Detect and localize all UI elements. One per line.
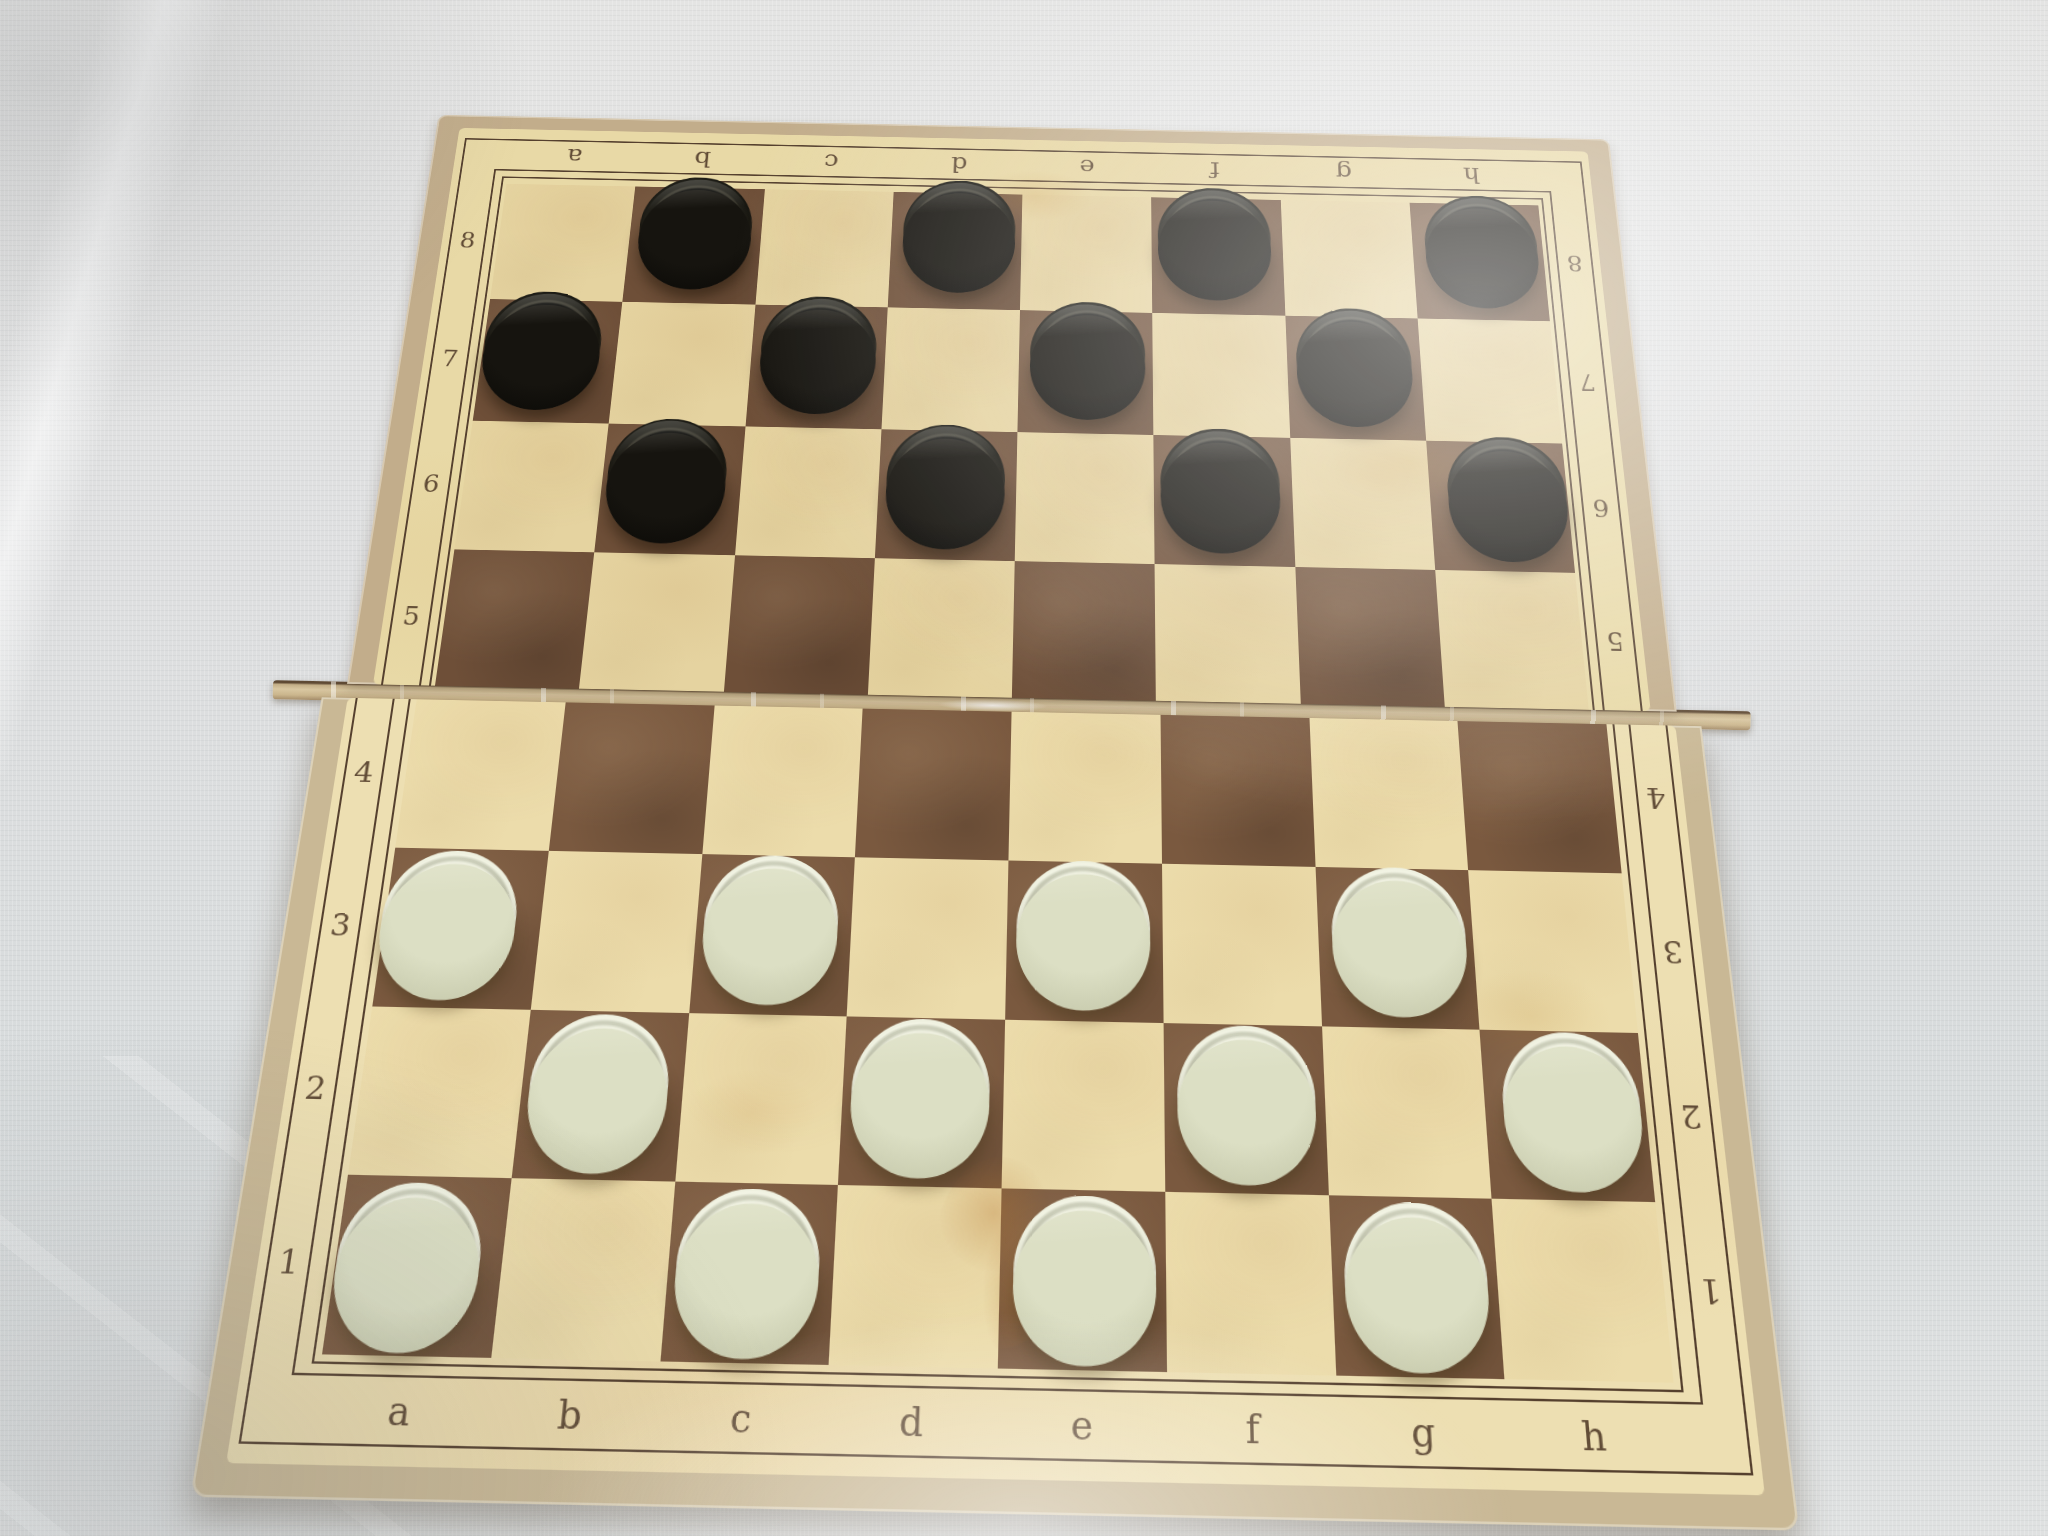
rank-label-6: 6	[1577, 444, 1625, 574]
file-label-h: h	[1506, 1403, 1682, 1469]
white-checker-e3[interactable]	[1015, 859, 1150, 997]
file-labels-bottom: abcdefgh	[310, 1378, 1683, 1469]
square-b4[interactable]	[549, 702, 715, 854]
rank-label-6: 6	[404, 420, 458, 549]
square-e6	[1015, 432, 1155, 564]
black-checker-f6[interactable]	[1160, 428, 1281, 541]
file-label-a: a	[310, 1378, 489, 1444]
black-checker-d6[interactable]	[884, 423, 1006, 536]
file-label-a: a	[508, 140, 640, 173]
square-a1[interactable]	[322, 1174, 511, 1357]
board-paper-bottom: abcdefgh 4321 4321	[226, 698, 1765, 1495]
square-d7	[881, 307, 1020, 432]
square-h3	[1468, 870, 1638, 1032]
square-d3	[847, 858, 1009, 1020]
file-labels-top: abcdefgh	[508, 140, 1536, 192]
square-d5	[868, 558, 1015, 698]
file-label-e: e	[996, 1392, 1168, 1458]
black-checker-h6[interactable]	[1443, 436, 1571, 549]
square-a7[interactable]	[473, 299, 623, 424]
rank-label-1: 1	[255, 1173, 322, 1354]
white-checker-h2[interactable]	[1497, 1031, 1648, 1179]
white-checker-d2[interactable]	[847, 1018, 990, 1166]
square-e4	[1008, 712, 1161, 864]
square-d1	[829, 1185, 1002, 1369]
square-g6	[1290, 438, 1435, 570]
square-c4	[702, 706, 863, 858]
square-h7	[1417, 318, 1562, 443]
square-h8[interactable]	[1409, 203, 1550, 322]
square-b8[interactable]	[623, 186, 765, 304]
square-b3	[531, 851, 702, 1012]
white-checker-c1[interactable]	[670, 1187, 823, 1345]
square-b1	[491, 1178, 675, 1362]
square-b7	[609, 302, 755, 427]
square-h2[interactable]	[1480, 1029, 1655, 1202]
square-d6[interactable]	[875, 429, 1018, 561]
rank-label-8: 8	[442, 183, 492, 299]
square-h5	[1435, 570, 1589, 710]
white-checker-a1[interactable]	[326, 1181, 489, 1338]
square-b5	[579, 552, 734, 691]
square-f6[interactable]	[1154, 435, 1295, 567]
rank-label-4: 4	[1630, 725, 1682, 875]
white-checker-g1[interactable]	[1342, 1200, 1493, 1358]
board-top-half: abcdefgh 8765 8765	[347, 115, 1677, 712]
rank-label-2: 2	[283, 1005, 347, 1174]
rank-label-8: 8	[1553, 206, 1598, 323]
square-a2	[348, 1006, 531, 1178]
square-h6[interactable]	[1426, 441, 1575, 573]
square-e7[interactable]	[1017, 310, 1153, 435]
board-paper-top: abcdefgh 8765 8765	[373, 128, 1651, 711]
square-d4[interactable]	[855, 709, 1011, 861]
rank-label-4: 4	[334, 698, 392, 847]
square-g1[interactable]	[1328, 1195, 1504, 1379]
square-f5	[1155, 564, 1300, 704]
square-d8[interactable]	[888, 192, 1023, 310]
white-checker-f2[interactable]	[1176, 1024, 1318, 1172]
square-f4[interactable]	[1160, 715, 1315, 867]
checkers-board: abcdefgh 8765 8765 abcdefgh 4321 4321	[0, 0, 2048, 1536]
black-checker-a7[interactable]	[478, 291, 606, 397]
square-h4[interactable]	[1458, 721, 1622, 873]
file-label-g: g	[1279, 156, 1409, 189]
black-checker-d8[interactable]	[901, 180, 1016, 281]
square-e2	[1002, 1019, 1165, 1191]
square-f2[interactable]	[1163, 1023, 1328, 1195]
rank-label-3: 3	[1646, 874, 1700, 1034]
square-d2[interactable]	[838, 1016, 1005, 1188]
white-checker-b2[interactable]	[522, 1013, 674, 1160]
file-label-g: g	[1337, 1399, 1511, 1465]
rank-label-2: 2	[1663, 1033, 1720, 1203]
square-g8	[1280, 200, 1417, 318]
black-checker-c7[interactable]	[757, 295, 879, 401]
rank-label-5: 5	[383, 548, 439, 685]
black-checker-f8[interactable]	[1158, 187, 1272, 288]
rank-label-7: 7	[1565, 322, 1612, 445]
white-checker-e1[interactable]	[1012, 1194, 1157, 1352]
file-label-h: h	[1406, 159, 1537, 192]
square-a5[interactable]	[435, 549, 594, 688]
rank-label-7: 7	[424, 298, 476, 420]
square-g4	[1309, 718, 1468, 870]
square-c7[interactable]	[745, 305, 887, 430]
square-g3[interactable]	[1315, 867, 1480, 1029]
file-label-d: d	[824, 1389, 997, 1455]
black-checker-h8[interactable]	[1422, 195, 1542, 296]
square-c6	[735, 426, 882, 558]
square-f1	[1165, 1192, 1336, 1376]
square-f7	[1152, 313, 1289, 438]
square-c2	[675, 1013, 847, 1185]
black-checker-b8[interactable]	[635, 177, 756, 278]
file-label-c: c	[766, 145, 896, 178]
rank-label-5: 5	[1591, 573, 1641, 711]
black-checker-b6[interactable]	[601, 417, 730, 529]
square-e5[interactable]	[1012, 561, 1156, 701]
square-e3[interactable]	[1005, 861, 1163, 1023]
white-checker-a3[interactable]	[372, 849, 524, 987]
square-g7[interactable]	[1285, 316, 1426, 441]
file-label-f: f	[1151, 153, 1280, 186]
squares-grid-bottom	[322, 699, 1674, 1382]
file-label-c: c	[653, 1385, 828, 1451]
black-checker-g7[interactable]	[1294, 308, 1415, 415]
square-g5[interactable]	[1295, 567, 1445, 707]
square-c1[interactable]	[660, 1181, 838, 1365]
photo-background: abcdefgh 8765 8765 abcdefgh 4321 4321	[0, 0, 2048, 1536]
square-b2[interactable]	[511, 1009, 688, 1181]
square-f8[interactable]	[1151, 197, 1285, 315]
file-label-b: b	[481, 1382, 658, 1448]
square-e8	[1020, 195, 1152, 313]
file-label-d: d	[894, 148, 1023, 181]
square-b6[interactable]	[594, 424, 745, 556]
rank-label-3: 3	[310, 847, 371, 1006]
board-bottom-half: abcdefgh 4321 4321	[190, 697, 1799, 1530]
square-g2	[1322, 1026, 1492, 1199]
square-a6	[454, 421, 609, 553]
square-f3	[1162, 864, 1322, 1026]
file-label-f: f	[1167, 1396, 1339, 1462]
square-h1	[1492, 1198, 1674, 1382]
squares-grid-top	[435, 184, 1589, 710]
square-c8	[755, 189, 893, 307]
square-a4	[395, 699, 565, 851]
file-label-b: b	[637, 142, 768, 175]
square-a8	[490, 184, 635, 302]
black-checker-e7[interactable]	[1029, 301, 1145, 407]
square-e1[interactable]	[998, 1188, 1167, 1372]
file-label-e: e	[1023, 150, 1152, 183]
rank-label-1: 1	[1682, 1202, 1741, 1384]
white-checker-c3[interactable]	[698, 854, 841, 992]
square-c3[interactable]	[689, 854, 855, 1016]
white-checker-g3[interactable]	[1329, 866, 1470, 1005]
square-c5[interactable]	[723, 555, 874, 694]
square-a3[interactable]	[372, 848, 548, 1009]
